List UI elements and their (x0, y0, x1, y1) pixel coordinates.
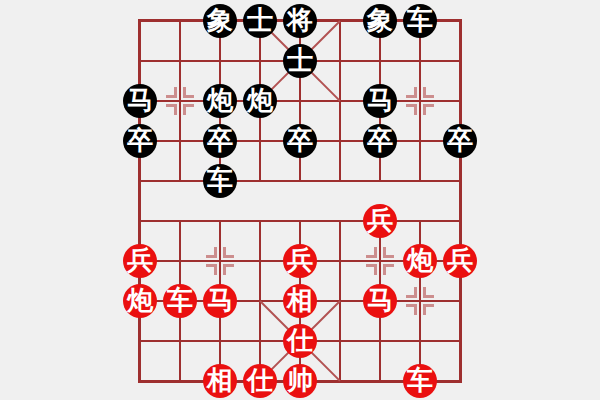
point-marker (406, 87, 434, 115)
piece-red-advisor[interactable]: 仕 (243, 364, 277, 398)
piece-black-general[interactable]: 将 (283, 4, 317, 38)
app-background: 象士将象车士马炮炮马卒卒卒卒卒车兵兵兵炮兵炮车马相马仕相仕帅车 (0, 0, 600, 400)
piece-black-cannon[interactable]: 炮 (243, 84, 277, 118)
piece-red-soldier[interactable]: 兵 (123, 244, 157, 278)
piece-black-elephant[interactable]: 象 (363, 4, 397, 38)
piece-red-soldier[interactable]: 兵 (443, 244, 477, 278)
piece-red-advisor[interactable]: 仕 (283, 324, 317, 358)
piece-red-cannon[interactable]: 炮 (403, 244, 437, 278)
piece-black-soldier[interactable]: 卒 (123, 124, 157, 158)
piece-black-chariot[interactable]: 车 (203, 164, 237, 198)
piece-red-horse[interactable]: 马 (203, 284, 237, 318)
piece-black-horse[interactable]: 马 (363, 84, 397, 118)
piece-red-soldier[interactable]: 兵 (363, 204, 397, 238)
piece-red-elephant[interactable]: 相 (203, 364, 237, 398)
piece-black-cannon[interactable]: 炮 (203, 84, 237, 118)
piece-black-horse[interactable]: 马 (123, 84, 157, 118)
point-marker (366, 247, 394, 275)
point-marker (166, 87, 194, 115)
piece-black-advisor[interactable]: 士 (243, 4, 277, 38)
piece-red-elephant[interactable]: 相 (283, 284, 317, 318)
piece-black-soldier[interactable]: 卒 (363, 124, 397, 158)
piece-black-chariot[interactable]: 车 (403, 4, 437, 38)
piece-black-soldier[interactable]: 卒 (283, 124, 317, 158)
point-marker (206, 247, 234, 275)
piece-red-cannon[interactable]: 炮 (123, 284, 157, 318)
piece-red-chariot[interactable]: 车 (403, 364, 437, 398)
piece-red-chariot[interactable]: 车 (163, 284, 197, 318)
piece-red-horse[interactable]: 马 (363, 284, 397, 318)
point-marker (406, 287, 434, 315)
piece-red-general[interactable]: 帅 (283, 364, 317, 398)
piece-red-soldier[interactable]: 兵 (283, 244, 317, 278)
xiangqi-board[interactable]: 象士将象车士马炮炮马卒卒卒卒卒车兵兵兵炮兵炮车马相马仕相仕帅车 (0, 0, 600, 400)
piece-black-soldier[interactable]: 卒 (443, 124, 477, 158)
piece-black-soldier[interactable]: 卒 (203, 124, 237, 158)
piece-black-advisor[interactable]: 士 (283, 44, 317, 78)
piece-black-elephant[interactable]: 象 (203, 4, 237, 38)
